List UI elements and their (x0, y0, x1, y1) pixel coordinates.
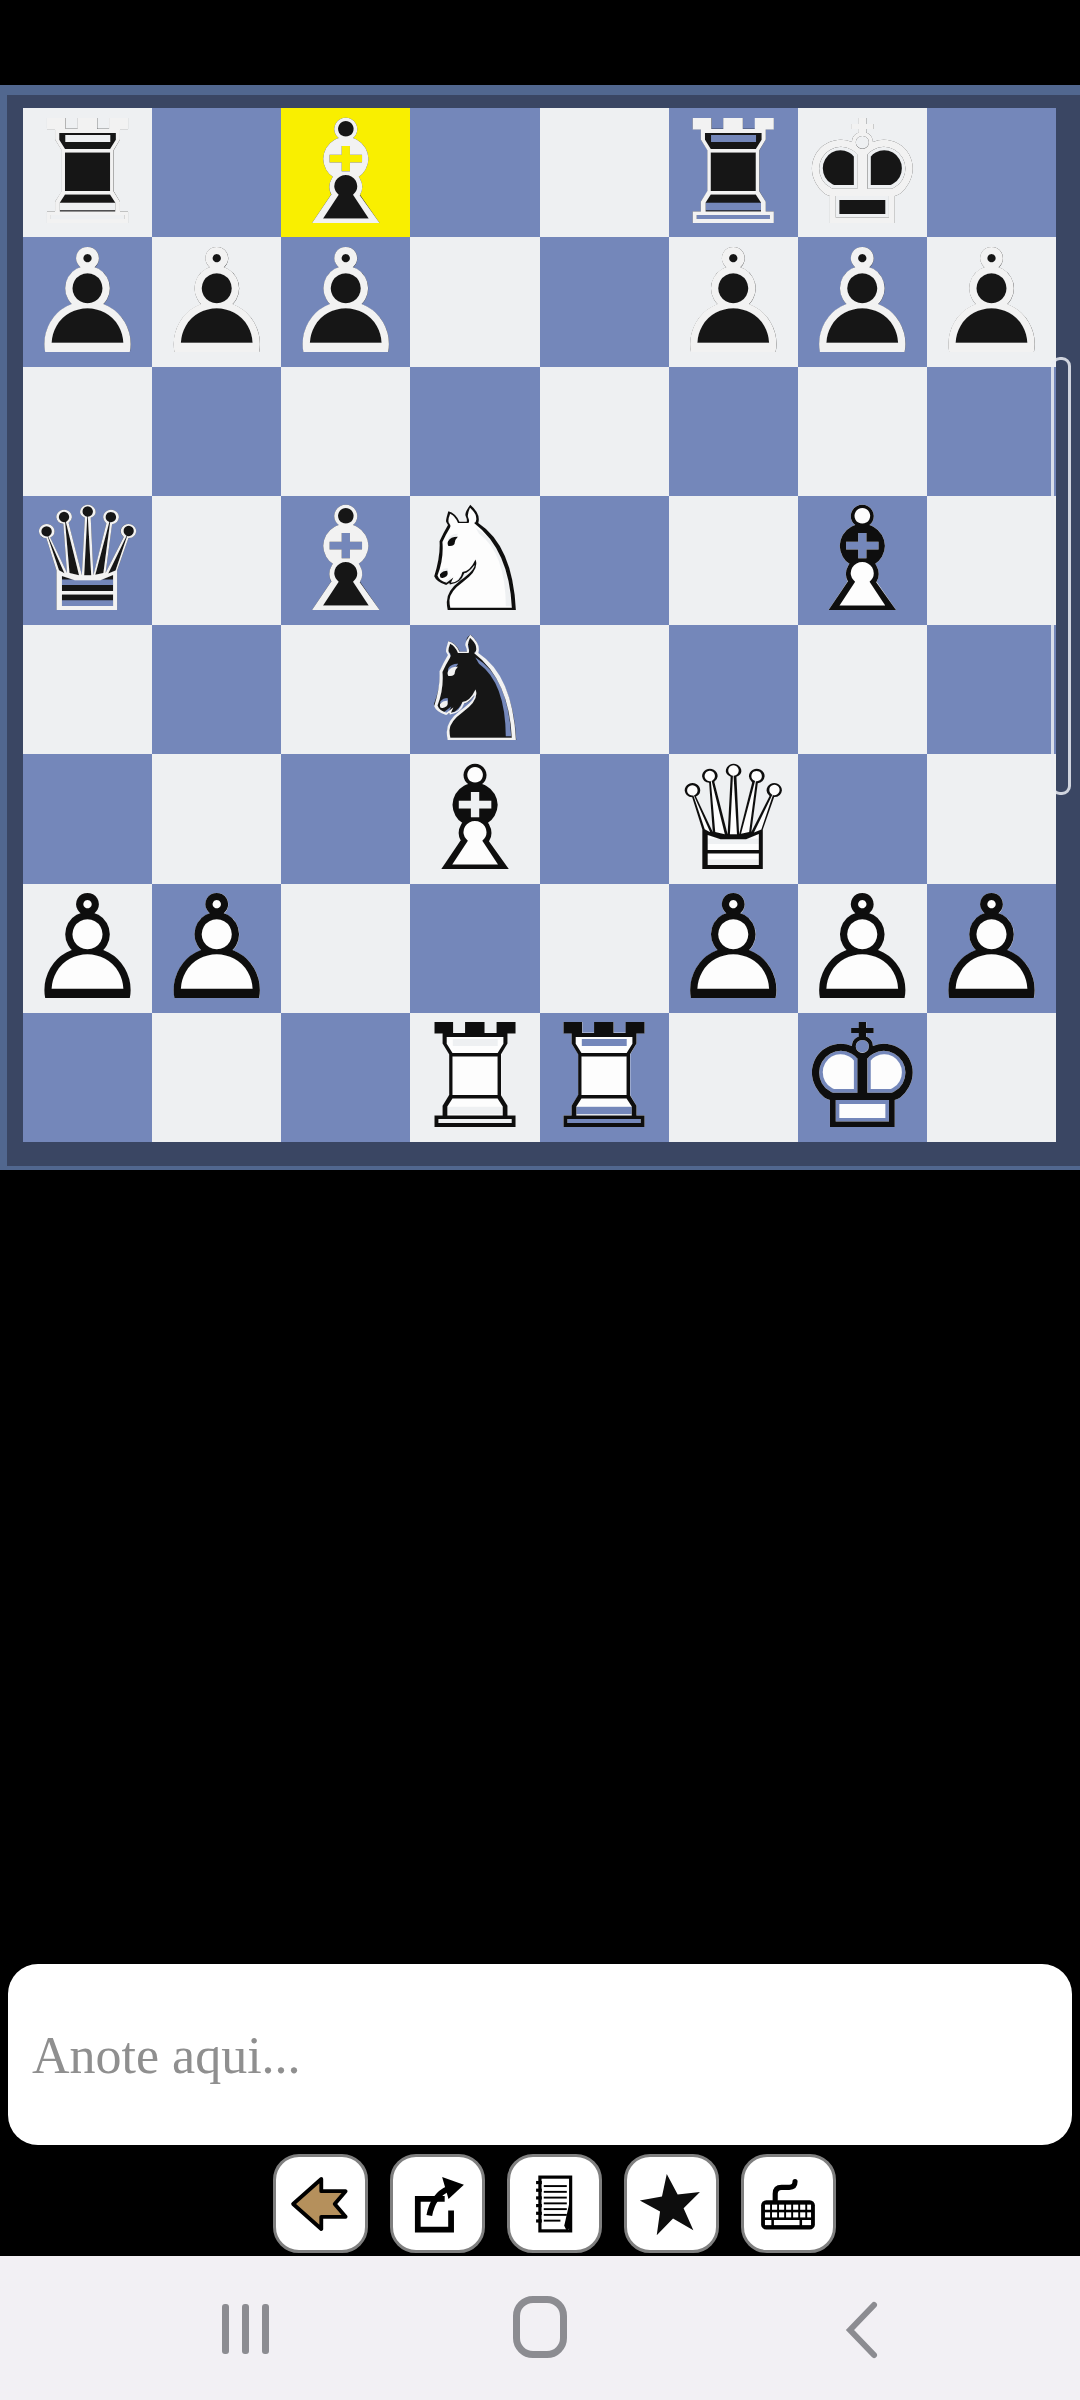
piece-black-pawn: ♟♙ (152, 237, 281, 366)
square-c1[interactable] (281, 1013, 410, 1142)
square-h6[interactable] (927, 367, 1056, 496)
share-button[interactable] (390, 2154, 485, 2253)
square-g7[interactable]: ♟♙ (798, 237, 927, 366)
square-g1[interactable]: ♚♔ (798, 1013, 927, 1142)
piece-white-rook: ♜♖ (410, 1013, 539, 1142)
square-b5[interactable] (152, 496, 281, 625)
square-h5[interactable] (927, 496, 1056, 625)
piece-white-pawn: ♟♙ (927, 884, 1056, 1013)
square-b1[interactable] (152, 1013, 281, 1142)
back-button[interactable] (273, 2154, 368, 2253)
square-h4[interactable] (927, 625, 1056, 754)
square-d1[interactable]: ♜♖ (410, 1013, 539, 1142)
square-e4[interactable] (540, 625, 669, 754)
keyboard-button[interactable] (741, 2154, 836, 2253)
square-e7[interactable] (540, 237, 669, 366)
square-c2[interactable] (281, 884, 410, 1013)
square-b2[interactable]: ♟♙ (152, 884, 281, 1013)
square-c5[interactable]: ♝♗ (281, 496, 410, 625)
square-c4[interactable] (281, 625, 410, 754)
square-f1[interactable] (669, 1013, 798, 1142)
square-f7[interactable]: ♟♙ (669, 237, 798, 366)
square-e1[interactable]: ♜♖ (540, 1013, 669, 1142)
android-nav-bar (0, 2256, 1080, 2400)
piece-white-pawn: ♟♙ (23, 884, 152, 1013)
piece-black-bishop: ♝♗ (281, 496, 410, 625)
square-h7[interactable]: ♟♙ (927, 237, 1056, 366)
square-f5[interactable] (669, 496, 798, 625)
chess-board: ♜♖♝♗♜♖♚♔♟♙♟♙♟♙♟♙♟♙♟♙♛♕♝♗♞♘♝♗♞♘♝♗♛♕♟♙♟♙♟♙… (23, 108, 1056, 1142)
square-e5[interactable] (540, 496, 669, 625)
square-f6[interactable] (669, 367, 798, 496)
share-icon (405, 2172, 469, 2236)
square-f2[interactable]: ♟♙ (669, 884, 798, 1013)
star-icon (638, 2171, 704, 2237)
favorite-button[interactable] (624, 2154, 719, 2253)
note-input[interactable] (8, 1964, 1072, 2145)
toolbar (14, 2154, 1080, 2254)
square-e8[interactable] (540, 108, 669, 237)
square-c3[interactable] (281, 754, 410, 883)
square-a1[interactable] (23, 1013, 152, 1142)
back-chevron-icon[interactable] (842, 2300, 882, 2364)
square-e3[interactable] (540, 754, 669, 883)
piece-white-bishop: ♝♗ (410, 754, 539, 883)
piece-white-pawn: ♟♙ (669, 884, 798, 1013)
piece-white-pawn: ♟♙ (152, 884, 281, 1013)
piece-black-pawn: ♟♙ (798, 237, 927, 366)
chess-board-frame: ♜♖♝♗♜♖♚♔♟♙♟♙♟♙♟♙♟♙♟♙♛♕♝♗♞♘♝♗♞♘♝♗♛♕♟♙♟♙♟♙… (0, 85, 1080, 1170)
square-d8[interactable] (410, 108, 539, 237)
square-b4[interactable] (152, 625, 281, 754)
square-a4[interactable] (23, 625, 152, 754)
square-a7[interactable]: ♟♙ (23, 237, 152, 366)
recents-bars-icon[interactable] (222, 2304, 269, 2354)
square-a2[interactable]: ♟♙ (23, 884, 152, 1013)
piece-black-pawn: ♟♙ (23, 237, 152, 366)
square-e6[interactable] (540, 367, 669, 496)
square-g4[interactable] (798, 625, 927, 754)
notes-icon (522, 2172, 586, 2236)
piece-white-bishop: ♝♗ (798, 496, 927, 625)
square-h2[interactable]: ♟♙ (927, 884, 1056, 1013)
square-d3[interactable]: ♝♗ (410, 754, 539, 883)
square-g5[interactable]: ♝♗ (798, 496, 927, 625)
square-b6[interactable] (152, 367, 281, 496)
square-a5[interactable]: ♛♕ (23, 496, 152, 625)
piece-black-pawn: ♟♙ (669, 237, 798, 366)
notes-button[interactable] (507, 2154, 602, 2253)
square-h1[interactable] (927, 1013, 1056, 1142)
square-c7[interactable]: ♟♙ (281, 237, 410, 366)
piece-black-pawn: ♟♙ (281, 237, 410, 366)
piece-white-rook: ♜♖ (540, 1013, 669, 1142)
square-b7[interactable]: ♟♙ (152, 237, 281, 366)
piece-black-queen: ♛♕ (23, 496, 152, 625)
back-arrow-icon (288, 2172, 352, 2236)
home-outline-icon[interactable] (513, 2296, 567, 2358)
board-scrollbar[interactable] (1051, 357, 1071, 795)
square-d7[interactable] (410, 237, 539, 366)
piece-white-king: ♚♔ (798, 1013, 927, 1142)
piece-black-pawn: ♟♙ (927, 237, 1056, 366)
keyboard-icon (756, 2172, 820, 2236)
